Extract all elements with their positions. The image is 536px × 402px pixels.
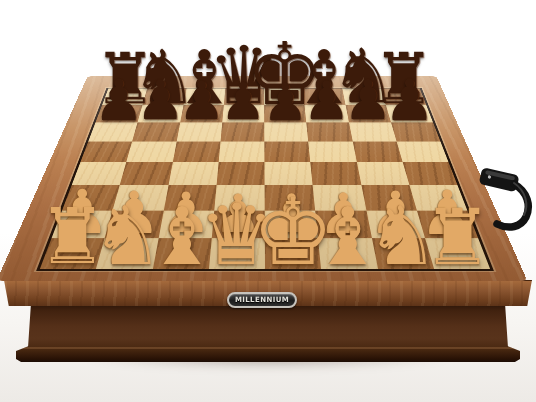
square-d5[interactable] bbox=[218, 141, 264, 162]
square-c5[interactable] bbox=[172, 141, 220, 162]
badge-label: MILLENNIUM bbox=[235, 296, 289, 303]
millennium-badge: MILLENNIUM bbox=[227, 292, 297, 308]
piece-white-rook-h1[interactable]: ♜ bbox=[423, 199, 492, 276]
storage-drawer-base bbox=[16, 301, 520, 362]
drawer-lip-highlight bbox=[16, 347, 520, 349]
square-a5[interactable] bbox=[80, 141, 132, 162]
piece-black-pawn-c7[interactable]: ♟ bbox=[178, 75, 225, 128]
piece-black-pawn-d7[interactable]: ♟ bbox=[220, 77, 266, 128]
square-b5[interactable] bbox=[126, 141, 176, 162]
square-g5[interactable] bbox=[352, 141, 402, 162]
product-photo-stage: MILLENNIUM ♜♞♝♛♚♝♞♜♟♟♟♟♟♟♟♟♟♟♟♟♟♟♟♟♜♞♝♛♚… bbox=[0, 0, 536, 402]
piece-black-pawn-h7[interactable]: ♟ bbox=[384, 72, 435, 129]
square-f5[interactable] bbox=[308, 141, 356, 162]
piece-black-pawn-e7[interactable]: ♟ bbox=[262, 77, 308, 128]
square-e5[interactable] bbox=[264, 141, 310, 162]
